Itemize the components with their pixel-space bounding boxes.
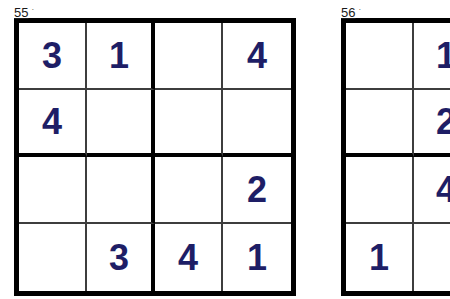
p56-cell-r3c2: 4 bbox=[414, 157, 450, 224]
puzzle-55-label: 55· bbox=[14, 3, 296, 16]
p56-cell-r1c2: 1 bbox=[414, 23, 450, 90]
p56-cell-r3c1 bbox=[346, 157, 414, 224]
puzzle-55-label-dot: · bbox=[31, 5, 34, 14]
puzzle-56-label: 56· bbox=[341, 3, 450, 16]
p55-cell-r3c2 bbox=[87, 157, 155, 224]
p55-cell-r1c3 bbox=[155, 23, 223, 90]
puzzle-55-number: 55 bbox=[14, 5, 28, 20]
p56-cell-r2c2: 2 bbox=[414, 90, 450, 157]
p55-cell-r3c4: 2 bbox=[223, 157, 291, 224]
p55-cell-r1c1: 3 bbox=[19, 23, 87, 90]
p55-cell-r2c2 bbox=[87, 90, 155, 157]
p55-cell-r4c1 bbox=[19, 224, 87, 291]
p55-cell-r3c3 bbox=[155, 157, 223, 224]
p56-cell-r2c1 bbox=[346, 90, 414, 157]
p55-cell-r2c3 bbox=[155, 90, 223, 157]
p56-cell-r4c2 bbox=[414, 224, 450, 291]
p55-cell-r4c2: 3 bbox=[87, 224, 155, 291]
puzzle-56: 56· 1 2 4 1 bbox=[341, 3, 450, 296]
sudoku-board-56: 1 2 4 1 bbox=[341, 18, 450, 296]
p56-cell-r1c1 bbox=[346, 23, 414, 90]
p55-cell-r3c1 bbox=[19, 157, 87, 224]
p55-cell-r2c4 bbox=[223, 90, 291, 157]
puzzle-55: 55· 3 1 4 4 2 3 4 1 bbox=[14, 3, 296, 296]
p55-cell-r1c2: 1 bbox=[87, 23, 155, 90]
p55-cell-r4c4: 1 bbox=[223, 224, 291, 291]
p55-cell-r2c1: 4 bbox=[19, 90, 87, 157]
sudoku-board-55: 3 1 4 4 2 3 4 1 bbox=[14, 18, 296, 296]
puzzle-56-label-dot: · bbox=[358, 5, 361, 14]
puzzle-page: { "game": "sudoku-4x4", "page_descriptio… bbox=[0, 0, 450, 299]
p55-cell-r4c3: 4 bbox=[155, 224, 223, 291]
p55-cell-r1c4: 4 bbox=[223, 23, 291, 90]
p56-cell-r4c1: 1 bbox=[346, 224, 414, 291]
puzzle-56-number: 56 bbox=[341, 5, 355, 20]
